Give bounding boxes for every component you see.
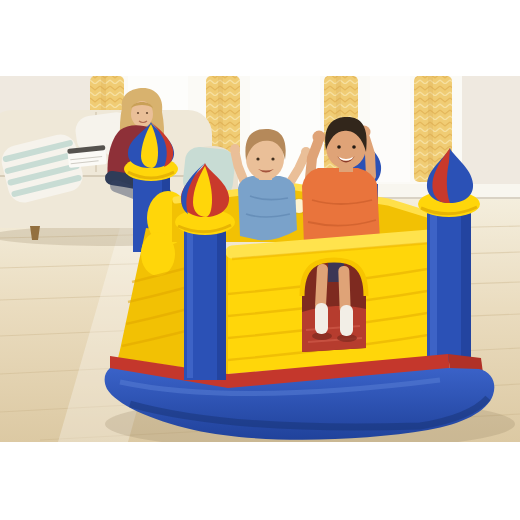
magazine [67,145,107,168]
tower-front-left [175,163,235,380]
castle-front-wall [228,234,448,374]
white-sock-right [340,305,353,336]
blue-boy-hand-left [230,144,240,154]
white-sock-left [315,303,328,334]
front-right-column-shade [461,208,471,362]
blue-boy-eye-left [256,157,259,160]
bounce-castle-photo [0,0,520,520]
woman-eye-right [146,112,148,114]
orange-boy-eye-right [352,145,356,149]
front-left-column-light [187,230,193,378]
woman-eye-left [137,112,139,114]
orange-boy-fist-left [313,131,326,144]
front-right-column-light [430,210,437,360]
front-left-column-shade [217,228,226,380]
child-orange-shirt [302,117,380,251]
blue-boy-shirt [238,176,297,240]
photo-canvas [0,0,520,520]
blue-boy-eye-right [271,157,274,160]
left-wall-bulge-2 [141,232,175,276]
orange-boy-eye-left [337,145,341,149]
arch-opening [302,260,366,352]
